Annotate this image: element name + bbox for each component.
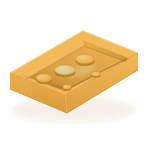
stud-5 [63,85,72,91]
stud-top [55,65,76,75]
stud-1 [76,54,95,66]
stud-4 [92,72,101,78]
stud-2 [55,65,76,77]
stud-top [76,54,95,64]
product-photo [0,0,150,150]
stud-top [36,74,52,82]
stud-top [92,72,101,77]
stud-3 [36,74,52,84]
lego-tray-illustration [0,0,150,150]
stud-top [63,85,72,90]
